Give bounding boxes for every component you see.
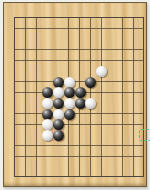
- stone-white: [53, 109, 64, 120]
- stone-black: [75, 98, 86, 109]
- stone-white: [64, 98, 75, 109]
- stone-black: [85, 77, 96, 88]
- stone-white: [64, 77, 75, 88]
- game-screen: [0, 0, 150, 190]
- stone-black: [53, 98, 64, 109]
- stone-white: [53, 87, 64, 98]
- stone-white: [96, 66, 107, 77]
- stone-black: [53, 130, 64, 141]
- stone-black: [64, 109, 75, 120]
- stone-white: [42, 130, 53, 141]
- stone-black: [42, 87, 53, 98]
- stone-black: [64, 87, 75, 98]
- go-board: [3, 2, 147, 187]
- stone-white: [85, 98, 96, 109]
- board-grid[interactable]: [14, 17, 144, 177]
- stone-black: [75, 87, 86, 98]
- stone-white: [42, 98, 53, 109]
- stone-black: [53, 77, 64, 88]
- stone-black: [53, 119, 64, 130]
- stone-black: [42, 109, 53, 120]
- cursor-marker[interactable]: [139, 129, 150, 141]
- stone-white: [42, 119, 53, 130]
